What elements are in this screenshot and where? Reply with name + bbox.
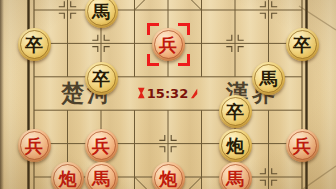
piece-black-horse[interactable]: 馬	[85, 0, 118, 28]
piece-glyph: 卒	[293, 36, 311, 54]
piece-glyph: 馬	[92, 3, 110, 21]
piece-black-cannon[interactable]: 炮	[219, 129, 252, 162]
piece-glyph: 炮	[159, 170, 177, 188]
piece-glyph: 馬	[92, 170, 110, 188]
piece-engraving: 炮	[221, 131, 250, 160]
xiangqi-board: 楚河 漢界 15:32 馬卒兵卒卒馬卒兵兵炮兵炮馬炮馬	[0, 0, 336, 189]
piece-engraving: 兵	[20, 131, 49, 160]
piece-red-cannon[interactable]: 炮	[51, 162, 84, 189]
piece-black-soldier[interactable]: 卒	[85, 62, 118, 95]
piece-glyph: 兵	[159, 36, 177, 54]
piece-glyph: 炮	[226, 137, 244, 155]
piece-engraving: 炮	[154, 164, 183, 189]
piece-red-soldier[interactable]: 兵	[18, 129, 51, 162]
piece-engraving: 兵	[87, 131, 116, 160]
piece-glyph: 兵	[92, 137, 110, 155]
piece-engraving: 卒	[20, 30, 49, 59]
piece-engraving: 馬	[221, 164, 250, 189]
piece-engraving: 兵	[154, 30, 183, 59]
piece-glyph: 馬	[226, 170, 244, 188]
piece-engraving: 馬	[87, 0, 116, 26]
piece-engraving: 兵	[288, 131, 317, 160]
pieces-layer: 馬卒兵卒卒馬卒兵兵炮兵炮馬炮馬	[0, 0, 336, 189]
piece-glyph: 兵	[293, 137, 311, 155]
piece-engraving: 馬	[87, 164, 116, 189]
selection-corner-br	[178, 54, 190, 66]
piece-engraving: 馬	[254, 64, 283, 93]
selection-corner-bl	[147, 54, 159, 66]
piece-red-cannon[interactable]: 炮	[152, 162, 185, 189]
piece-engraving: 卒	[221, 97, 250, 126]
piece-black-soldier[interactable]: 卒	[18, 28, 51, 61]
piece-engraving: 卒	[87, 64, 116, 93]
piece-glyph: 卒	[92, 70, 110, 88]
piece-engraving: 炮	[53, 164, 82, 189]
piece-red-soldier[interactable]: 兵	[152, 28, 185, 61]
piece-glyph: 卒	[226, 103, 244, 121]
piece-red-soldier[interactable]: 兵	[85, 129, 118, 162]
piece-glyph: 兵	[25, 137, 43, 155]
selection-corner-tl	[147, 23, 159, 35]
piece-red-soldier[interactable]: 兵	[286, 129, 319, 162]
piece-glyph: 炮	[59, 170, 77, 188]
piece-black-soldier[interactable]: 卒	[286, 28, 319, 61]
piece-glyph: 馬	[260, 70, 278, 88]
piece-glyph: 卒	[25, 36, 43, 54]
piece-black-soldier[interactable]: 卒	[219, 95, 252, 128]
piece-red-horse[interactable]: 馬	[85, 162, 118, 189]
selection-corner-tr	[178, 23, 190, 35]
piece-black-horse[interactable]: 馬	[252, 62, 285, 95]
piece-engraving: 卒	[288, 30, 317, 59]
piece-red-horse[interactable]: 馬	[219, 162, 252, 189]
